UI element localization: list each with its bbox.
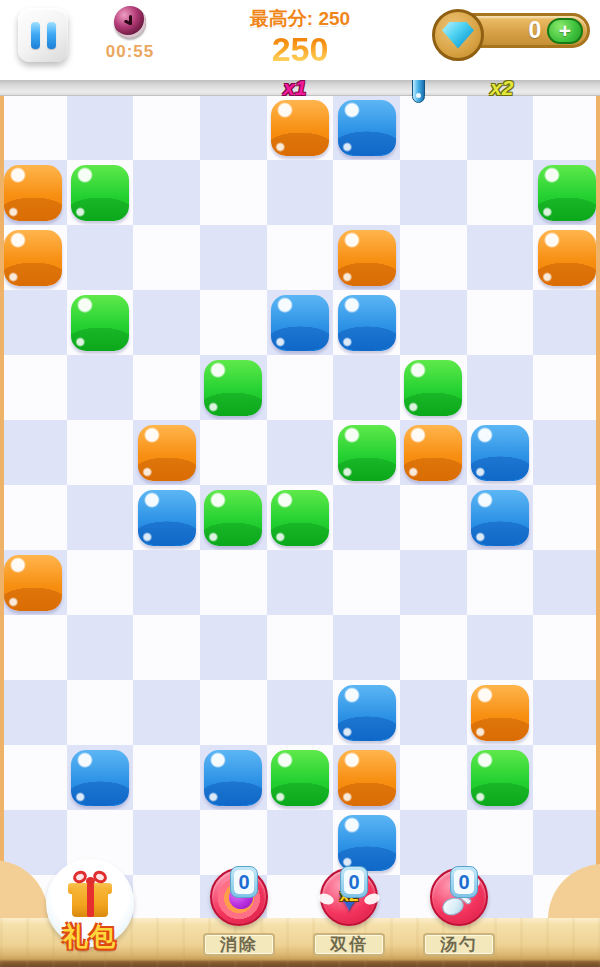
powerup-eliminate[interactable]: 0 消除	[184, 868, 294, 956]
cell-r0-c7	[467, 95, 534, 160]
orange-block-r10-c5[interactable]	[338, 750, 396, 806]
cell-r10-c3	[200, 745, 267, 810]
cell-r6-c7	[467, 485, 534, 550]
board-right-edge	[596, 95, 600, 940]
cell-r9-c3	[200, 680, 267, 745]
cell-r1-c0	[0, 160, 67, 225]
blue-block-r5-c7[interactable]	[471, 425, 529, 481]
blue-block-r9-c5[interactable]	[338, 685, 396, 741]
cell-r10-c5	[333, 745, 400, 810]
green-block-r10-c7[interactable]	[471, 750, 529, 806]
cell-r0-c4	[267, 95, 334, 160]
game-board[interactable]	[0, 95, 600, 940]
spoon-count-badge: 0	[450, 866, 478, 898]
cell-r0-c1	[67, 95, 134, 160]
cell-r2-c3	[200, 225, 267, 290]
cell-r9-c6	[400, 680, 467, 745]
cell-r4-c6	[400, 355, 467, 420]
cell-r6-c5	[333, 485, 400, 550]
cell-r8-c3	[200, 615, 267, 680]
cell-r6-c8	[533, 485, 600, 550]
eliminate-icon[interactable]: 0	[210, 868, 268, 926]
cell-r5-c0	[0, 420, 67, 485]
cell-r3-c8	[533, 290, 600, 355]
blue-block-r10-c1[interactable]	[71, 750, 129, 806]
cell-r1-c4	[267, 160, 334, 225]
pause-button[interactable]	[18, 8, 68, 62]
cell-r7-c5	[333, 550, 400, 615]
cell-r1-c5	[333, 160, 400, 225]
cell-r5-c8	[533, 420, 600, 485]
cell-r8-c2	[133, 615, 200, 680]
cell-r10-c1	[67, 745, 134, 810]
cell-r6-c3	[200, 485, 267, 550]
cell-r0-c0	[0, 95, 67, 160]
cell-r9-c0	[0, 680, 67, 745]
cell-r11-c2	[133, 810, 200, 875]
cell-r7-c7	[467, 550, 534, 615]
cell-r2-c0	[0, 225, 67, 290]
timer-widget: 00:55	[100, 6, 160, 62]
cell-r1-c6	[400, 160, 467, 225]
board-left-edge	[0, 95, 4, 940]
cell-r8-c4	[267, 615, 334, 680]
cell-r2-c2	[133, 225, 200, 290]
orange-block-r2-c0[interactable]	[4, 230, 62, 286]
green-block-r6-c3[interactable]	[204, 490, 262, 546]
score-widget: 最高分: 250 250	[180, 6, 420, 65]
spoon-icon[interactable]: 0	[430, 868, 488, 926]
cell-r4-c1	[67, 355, 134, 420]
cell-r1-c7	[467, 160, 534, 225]
timer-value: 00:55	[100, 42, 160, 62]
cell-r1-c3	[200, 160, 267, 225]
cell-r4-c7	[467, 355, 534, 420]
green-block-r5-c5[interactable]	[338, 425, 396, 481]
cell-r5-c7	[467, 420, 534, 485]
cell-r7-c1	[67, 550, 134, 615]
green-block-r3-c1[interactable]	[71, 295, 129, 351]
cell-r2-c1	[67, 225, 134, 290]
gem-counter: 0 +	[437, 13, 590, 48]
green-block-r4-c6[interactable]	[404, 360, 462, 416]
cell-r4-c0	[0, 355, 67, 420]
cell-r10-c0	[0, 745, 67, 810]
orange-block-r2-c5[interactable]	[338, 230, 396, 286]
double-count-badge: 0	[340, 866, 368, 898]
cell-r1-c1	[67, 160, 134, 225]
cell-r8-c6	[400, 615, 467, 680]
cell-r5-c1	[67, 420, 134, 485]
cell-r0-c5	[333, 95, 400, 160]
cell-r3-c2	[133, 290, 200, 355]
clock-icon	[114, 6, 146, 38]
double-label: 双倍	[313, 933, 385, 956]
cell-r4-c5	[333, 355, 400, 420]
pause-icon	[31, 22, 40, 49]
orange-block-r5-c6[interactable]	[404, 425, 462, 481]
green-block-r1-c8[interactable]	[538, 165, 596, 221]
cell-r8-c5	[333, 615, 400, 680]
cell-r9-c7	[467, 680, 534, 745]
cell-r8-c8	[533, 615, 600, 680]
cell-r3-c3	[200, 290, 267, 355]
orange-block-r5-c2[interactable]	[138, 425, 196, 481]
cell-r4-c8	[533, 355, 600, 420]
double-icon[interactable]: ♥ x2 0	[320, 868, 378, 926]
cell-r11-c3	[200, 810, 267, 875]
cell-r6-c0	[0, 485, 67, 550]
green-block-r6-c4[interactable]	[271, 490, 329, 546]
cell-r3-c5	[333, 290, 400, 355]
multiplier-bar: x1 x2	[0, 79, 600, 96]
cell-r3-c1	[67, 290, 134, 355]
orange-block-r9-c7[interactable]	[471, 685, 529, 741]
top-hud-bar: 00:55 最高分: 250 250 0 +	[0, 0, 600, 80]
cell-r5-c4	[267, 420, 334, 485]
cell-r9-c2	[133, 680, 200, 745]
cell-r1-c2	[133, 160, 200, 225]
eliminate-count-badge: 0	[230, 866, 258, 898]
cell-r7-c8	[533, 550, 600, 615]
cell-r10-c8	[533, 745, 600, 810]
cell-r10-c4	[267, 745, 334, 810]
cell-r0-c6	[400, 95, 467, 160]
cell-r3-c4	[267, 290, 334, 355]
cell-r3-c6	[400, 290, 467, 355]
cell-r4-c3	[200, 355, 267, 420]
powerup-double[interactable]: ♥ x2 0 双倍	[294, 868, 404, 956]
cell-r2-c8	[533, 225, 600, 290]
gift-pack-label: 礼包	[0, 920, 180, 953]
cell-r9-c1	[67, 680, 134, 745]
eliminate-label: 消除	[203, 933, 275, 956]
cell-r4-c4	[267, 355, 334, 420]
powerup-spoon[interactable]: 0 汤勺	[404, 868, 514, 956]
cell-r6-c1	[67, 485, 134, 550]
cell-r8-c0	[0, 615, 67, 680]
cell-r10-c6	[400, 745, 467, 810]
cell-r11-c4	[267, 810, 334, 875]
cell-r3-c0	[0, 290, 67, 355]
cell-r5-c2	[133, 420, 200, 485]
cell-r0-c2	[133, 95, 200, 160]
cell-r6-c6	[400, 485, 467, 550]
cell-r5-c5	[333, 420, 400, 485]
green-block-r4-c3[interactable]	[204, 360, 262, 416]
blue-block-r6-c7[interactable]	[471, 490, 529, 546]
cell-r0-c3	[200, 95, 267, 160]
cell-r9-c8	[533, 680, 600, 745]
cell-r10-c7	[467, 745, 534, 810]
cell-r6-c2	[133, 485, 200, 550]
cell-r5-c3	[200, 420, 267, 485]
cell-r9-c4	[267, 680, 334, 745]
orange-block-r1-c0[interactable]	[4, 165, 62, 221]
cell-r5-c6	[400, 420, 467, 485]
best-score-label: 最高分: 250	[180, 6, 420, 32]
cell-r11-c7	[467, 810, 534, 875]
cell-r0-c8	[533, 95, 600, 160]
blue-block-r0-c5[interactable]	[338, 100, 396, 156]
spoon-label: 汤勺	[423, 933, 495, 956]
cell-r6-c4	[267, 485, 334, 550]
add-gems-button[interactable]: +	[547, 18, 583, 44]
cell-r2-c4	[267, 225, 334, 290]
orange-block-r2-c8[interactable]	[538, 230, 596, 286]
diamond-icon	[432, 9, 484, 61]
cell-r2-c5	[333, 225, 400, 290]
green-block-r1-c1[interactable]	[71, 165, 129, 221]
blue-block-r6-c2[interactable]	[138, 490, 196, 546]
green-block-r10-c4[interactable]	[271, 750, 329, 806]
cell-r7-c6	[400, 550, 467, 615]
game-screen: { "game": "PopStar-style color block eli…	[0, 0, 600, 967]
cell-r7-c2	[133, 550, 200, 615]
cell-r4-c2	[133, 355, 200, 420]
blue-block-r3-c4[interactable]	[271, 295, 329, 351]
cell-r2-c6	[400, 225, 467, 290]
blue-block-r11-c5[interactable]	[338, 815, 396, 871]
cell-r8-c7	[467, 615, 534, 680]
cell-r8-c1	[67, 615, 134, 680]
cell-r11-c5	[333, 810, 400, 875]
blue-block-r3-c5[interactable]	[338, 295, 396, 351]
cell-r7-c3	[200, 550, 267, 615]
cell-r7-c0	[0, 550, 67, 615]
cell-r2-c7	[467, 225, 534, 290]
cell-r1-c8	[533, 160, 600, 225]
cell-r10-c2	[133, 745, 200, 810]
cell-r9-c5	[333, 680, 400, 745]
orange-block-r0-c4[interactable]	[271, 100, 329, 156]
cell-r7-c4	[267, 550, 334, 615]
orange-block-r7-c0[interactable]	[4, 555, 62, 611]
blue-block-r10-c3[interactable]	[204, 750, 262, 806]
current-score: 250	[180, 33, 420, 65]
cell-r3-c7	[467, 290, 534, 355]
